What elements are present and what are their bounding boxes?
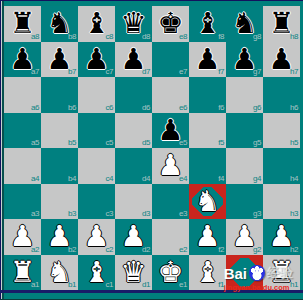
black-pawn-a7: ♟ bbox=[4, 42, 41, 78]
black-pawn-d7: ♟ bbox=[115, 42, 152, 78]
black-pawn-e5: ♟ bbox=[152, 113, 189, 149]
square-label-h7: h7 bbox=[290, 68, 298, 76]
square-d7[interactable]: ♟d7 bbox=[115, 42, 152, 78]
square-a1[interactable]: ♜a1 bbox=[4, 255, 41, 291]
square-label-f8: f8 bbox=[218, 33, 224, 41]
square-label-a4: a4 bbox=[31, 175, 39, 183]
baidu-watermark: Bai 经验 jingyan.baidu.com bbox=[224, 264, 293, 292]
square-g6[interactable]: g6 bbox=[226, 77, 263, 113]
square-b3[interactable]: b3 bbox=[41, 184, 78, 220]
square-label-g2: g2 bbox=[253, 246, 261, 254]
square-e7[interactable]: e7 bbox=[152, 42, 189, 78]
square-c3[interactable]: c3 bbox=[78, 184, 115, 220]
chess-board: ♜a8♞b8♝c8♛d8♚e8♝f8♞g8♜h8♟a7♟b7♟c7♟d7e7♟f… bbox=[4, 6, 300, 290]
square-e5[interactable]: ♟e5 bbox=[152, 113, 189, 149]
baidu-paw-icon bbox=[249, 265, 265, 281]
baidu-watermark-url: jingyan.baidu.com bbox=[224, 283, 293, 292]
square-label-f6: f6 bbox=[218, 104, 224, 112]
square-c1[interactable]: ♝c1 bbox=[78, 255, 115, 291]
square-label-c8: c8 bbox=[106, 33, 113, 41]
square-label-f7: f7 bbox=[218, 68, 224, 76]
square-h7[interactable]: ♟h7 bbox=[263, 42, 300, 78]
square-label-f2: f2 bbox=[218, 246, 224, 254]
square-label-c6: c6 bbox=[106, 104, 113, 112]
square-e6[interactable]: e6 bbox=[152, 77, 189, 113]
square-b4[interactable]: b4 bbox=[41, 148, 78, 184]
square-h5[interactable]: h5 bbox=[263, 113, 300, 149]
white-bishop-f1: ♝ bbox=[189, 255, 226, 291]
square-a7[interactable]: ♟a7 bbox=[4, 42, 41, 78]
square-a4[interactable]: a4 bbox=[4, 148, 41, 184]
square-a8[interactable]: ♜a8 bbox=[4, 6, 41, 42]
square-label-h8: h8 bbox=[290, 33, 298, 41]
black-pawn-b7: ♟ bbox=[41, 42, 78, 78]
square-d4[interactable]: d4 bbox=[115, 148, 152, 184]
square-label-b6: b6 bbox=[68, 104, 76, 112]
square-c5[interactable]: c5 bbox=[78, 113, 115, 149]
black-pawn-c7: ♟ bbox=[78, 42, 115, 78]
black-king-e8: ♚ bbox=[152, 6, 189, 42]
white-pawn-e4: ♟ bbox=[152, 148, 189, 184]
window-top-border bbox=[0, 0, 303, 1]
square-label-d1: d1 bbox=[142, 281, 150, 289]
square-label-b5: b5 bbox=[68, 139, 76, 147]
square-e4[interactable]: ♟e4 bbox=[152, 148, 189, 184]
square-label-h5: h5 bbox=[290, 139, 298, 147]
square-label-b4: b4 bbox=[68, 175, 76, 183]
square-label-e2: e2 bbox=[179, 246, 187, 254]
square-label-a5: a5 bbox=[31, 139, 39, 147]
square-label-g5: g5 bbox=[253, 139, 261, 147]
square-label-h2: h2 bbox=[290, 246, 298, 254]
square-label-g6: g6 bbox=[253, 104, 261, 112]
square-d6[interactable]: d6 bbox=[115, 77, 152, 113]
square-label-e1: e1 bbox=[179, 281, 187, 289]
square-f5[interactable]: f5 bbox=[189, 113, 226, 149]
white-king-e1: ♚ bbox=[152, 255, 189, 291]
baidu-watermark-brand: Bai 经验 bbox=[224, 264, 293, 282]
square-label-c7: c7 bbox=[106, 68, 113, 76]
square-b8[interactable]: ♞b8 bbox=[41, 6, 78, 42]
black-rook-h8: ♜ bbox=[263, 6, 300, 42]
square-label-c5: c5 bbox=[106, 139, 113, 147]
square-label-a1: a1 bbox=[31, 281, 39, 289]
square-h3[interactable]: h3 bbox=[263, 184, 300, 220]
window-left-border bbox=[0, 0, 4, 300]
square-d5[interactable]: d5 bbox=[115, 113, 152, 149]
square-e1[interactable]: ♚e1 bbox=[152, 255, 189, 291]
square-label-e8: e8 bbox=[179, 33, 187, 41]
white-bishop-c1: ♝ bbox=[78, 255, 115, 291]
square-label-a6: a6 bbox=[31, 104, 39, 112]
white-rook-a1: ♜ bbox=[4, 255, 41, 291]
square-f4[interactable]: f4 bbox=[189, 148, 226, 184]
square-b7[interactable]: ♟b7 bbox=[41, 42, 78, 78]
square-label-b3: b3 bbox=[68, 210, 76, 218]
white-pawn-h2: ♟ bbox=[263, 219, 300, 255]
square-label-e5: e5 bbox=[179, 139, 187, 147]
square-g8[interactable]: ♞g8 bbox=[226, 6, 263, 42]
square-label-c2: c2 bbox=[106, 246, 113, 254]
black-knight-g8: ♞ bbox=[226, 6, 263, 42]
square-c4[interactable]: c4 bbox=[78, 148, 115, 184]
square-c6[interactable]: c6 bbox=[78, 77, 115, 113]
square-label-a7: a7 bbox=[31, 68, 39, 76]
square-label-e7: e7 bbox=[179, 68, 187, 76]
square-f1[interactable]: ♝f1 bbox=[189, 255, 226, 291]
square-label-g4: g4 bbox=[253, 175, 261, 183]
square-label-e4: e4 bbox=[179, 175, 187, 183]
square-f7[interactable]: ♟f7 bbox=[189, 42, 226, 78]
square-e8[interactable]: ♚e8 bbox=[152, 6, 189, 42]
square-label-b8: b8 bbox=[68, 33, 76, 41]
square-d3[interactable]: d3 bbox=[115, 184, 152, 220]
square-g3[interactable]: g3 bbox=[226, 184, 263, 220]
square-b5[interactable]: b5 bbox=[41, 113, 78, 149]
square-f2[interactable]: ♟f2 bbox=[189, 219, 226, 255]
square-f6[interactable]: f6 bbox=[189, 77, 226, 113]
square-label-c4: c4 bbox=[106, 175, 113, 183]
square-c2[interactable]: ♟c2 bbox=[78, 219, 115, 255]
baidu-brand-text: Bai bbox=[224, 265, 247, 282]
white-queen-d1: ♛ bbox=[115, 255, 152, 291]
square-h4[interactable]: h4 bbox=[263, 148, 300, 184]
white-knight-f3: ♞ bbox=[189, 184, 226, 220]
square-a2[interactable]: ♟a2 bbox=[4, 219, 41, 255]
black-knight-b8: ♞ bbox=[41, 6, 78, 42]
square-a6[interactable]: a6 bbox=[4, 77, 41, 113]
square-label-h3: h3 bbox=[290, 210, 298, 218]
white-pawn-b2: ♟ bbox=[41, 219, 78, 255]
black-queen-d8: ♛ bbox=[115, 6, 152, 42]
square-e2[interactable]: e2 bbox=[152, 219, 189, 255]
square-label-f5: f5 bbox=[218, 139, 224, 147]
square-c7[interactable]: ♟c7 bbox=[78, 42, 115, 78]
square-a3[interactable]: a3 bbox=[4, 184, 41, 220]
square-label-a2: a2 bbox=[31, 246, 39, 254]
black-pawn-h7: ♟ bbox=[263, 42, 300, 78]
chess-window: ♜a8♞b8♝c8♛d8♚e8♝f8♞g8♜h8♟a7♟b7♟c7♟d7e7♟f… bbox=[0, 0, 303, 300]
white-pawn-d2: ♟ bbox=[115, 219, 152, 255]
square-label-d6: d6 bbox=[142, 104, 150, 112]
square-label-d8: d8 bbox=[142, 33, 150, 41]
square-label-g7: g7 bbox=[253, 68, 261, 76]
square-label-c3: c3 bbox=[106, 210, 113, 218]
square-label-d5: d5 bbox=[142, 139, 150, 147]
square-label-a8: a8 bbox=[31, 33, 39, 41]
square-h6[interactable]: h6 bbox=[263, 77, 300, 113]
square-label-c1: c1 bbox=[106, 281, 113, 289]
square-h8[interactable]: ♜h8 bbox=[263, 6, 300, 42]
square-label-g3: g3 bbox=[253, 210, 261, 218]
white-pawn-a2: ♟ bbox=[4, 219, 41, 255]
square-label-h4: h4 bbox=[290, 175, 298, 183]
square-c8[interactable]: ♝c8 bbox=[78, 6, 115, 42]
square-b2[interactable]: ♟b2 bbox=[41, 219, 78, 255]
black-bishop-c8: ♝ bbox=[78, 6, 115, 42]
white-knight-b1: ♞ bbox=[41, 255, 78, 291]
square-label-b2: b2 bbox=[68, 246, 76, 254]
square-label-h6: h6 bbox=[290, 104, 298, 112]
black-pawn-f7: ♟ bbox=[189, 42, 226, 78]
square-label-d3: d3 bbox=[142, 210, 150, 218]
white-pawn-c2: ♟ bbox=[78, 219, 115, 255]
square-label-b7: b7 bbox=[68, 68, 76, 76]
white-pawn-g2: ♟ bbox=[226, 219, 263, 255]
black-rook-a8: ♜ bbox=[4, 6, 41, 42]
white-pawn-f2: ♟ bbox=[189, 219, 226, 255]
square-g4[interactable]: g4 bbox=[226, 148, 263, 184]
square-d1[interactable]: ♛d1 bbox=[115, 255, 152, 291]
square-d8[interactable]: ♛d8 bbox=[115, 6, 152, 42]
square-b1[interactable]: ♞b1 bbox=[41, 255, 78, 291]
square-b6[interactable]: b6 bbox=[41, 77, 78, 113]
square-g2[interactable]: ♟g2 bbox=[226, 219, 263, 255]
square-f8[interactable]: ♝f8 bbox=[189, 6, 226, 42]
square-label-f4: f4 bbox=[218, 175, 224, 183]
square-label-f3: f3 bbox=[218, 210, 224, 218]
square-a5[interactable]: a5 bbox=[4, 113, 41, 149]
square-label-e6: e6 bbox=[179, 104, 187, 112]
square-h2[interactable]: ♟h2 bbox=[263, 219, 300, 255]
square-label-d4: d4 bbox=[142, 175, 150, 183]
square-label-a3: a3 bbox=[31, 210, 39, 218]
black-pawn-g7: ♟ bbox=[226, 42, 263, 78]
square-g7[interactable]: ♟g7 bbox=[226, 42, 263, 78]
black-bishop-f8: ♝ bbox=[189, 6, 226, 42]
square-label-d7: d7 bbox=[142, 68, 150, 76]
square-label-d2: d2 bbox=[142, 246, 150, 254]
square-label-e3: e3 bbox=[179, 210, 187, 218]
baidu-jingyan-text: 经验 bbox=[267, 264, 293, 282]
square-g5[interactable]: g5 bbox=[226, 113, 263, 149]
square-label-b1: b1 bbox=[68, 281, 76, 289]
square-e3[interactable]: e3 bbox=[152, 184, 189, 220]
square-label-g8: g8 bbox=[253, 33, 261, 41]
square-f3[interactable]: ♞f3 bbox=[189, 184, 226, 220]
square-d2[interactable]: ♟d2 bbox=[115, 219, 152, 255]
